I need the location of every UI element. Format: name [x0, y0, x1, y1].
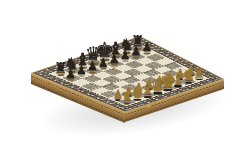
- piece-black-pawn[interactable]: ♟: [87, 61, 98, 73]
- black-pawn-icon: ♟: [98, 57, 109, 68]
- piece-base: [100, 68, 106, 70]
- piece-black-bishop[interactable]: ♝: [108, 41, 124, 58]
- piece-base: [123, 103, 130, 105]
- white-bishop-icon: ♝: [140, 82, 154, 96]
- piece-black-knight[interactable]: ♞: [64, 56, 79, 72]
- piece-black-pawn[interactable]: ♟: [76, 65, 87, 77]
- black-rook-icon: ♜: [54, 61, 67, 74]
- piece-base: [78, 75, 84, 77]
- white-knight-icon: ♞: [182, 69, 196, 83]
- piece-white-pawn[interactable]: ♟: [165, 72, 175, 84]
- piece-base: [99, 59, 109, 62]
- piece-black-king[interactable]: ♚: [95, 41, 114, 62]
- white-pawn-icon: ♟: [123, 86, 133, 96]
- pieces-layer: ♜♞♟♝♟♚♟♛♟♝♟♞♟♜♟♟♟♜♟♟♞♟♝♟♚♟♛♟♝♟♞♜: [0, 0, 240, 150]
- piece-black-pawn[interactable]: ♟: [141, 42, 152, 54]
- piece-base: [146, 89, 152, 91]
- piece-base: [111, 55, 120, 57]
- black-king-icon: ♚: [95, 41, 114, 60]
- white-knight-icon: ♞: [130, 86, 144, 100]
- white-pawn-icon: ♟: [144, 79, 154, 89]
- piece-black-pawn[interactable]: ♟: [98, 57, 109, 69]
- white-pawn-icon: ♟: [185, 65, 195, 75]
- piece-black-bishop[interactable]: ♝: [75, 52, 91, 69]
- black-pawn-icon: ♟: [141, 42, 152, 53]
- piece-white-pawn[interactable]: ♟: [123, 86, 133, 98]
- white-pawn-icon: ♟: [165, 72, 175, 82]
- piece-white-pawn[interactable]: ♟: [185, 65, 195, 77]
- piece-base: [67, 70, 75, 72]
- piece-base: [185, 82, 193, 84]
- piece-black-queen[interactable]: ♛: [85, 47, 102, 66]
- piece-base: [57, 74, 64, 76]
- piece-white-rook[interactable]: ♜: [121, 91, 133, 105]
- white-pawn-icon: ♟: [154, 75, 164, 85]
- piece-base: [167, 82, 173, 84]
- white-rook-icon: ♜: [193, 67, 205, 79]
- white-bishop-icon: ♝: [171, 71, 185, 85]
- piece-white-pawn[interactable]: ♟: [113, 89, 123, 101]
- piece-black-pawn[interactable]: ♟: [120, 50, 131, 62]
- white-rook-icon: ♜: [121, 91, 133, 103]
- piece-base: [78, 67, 87, 69]
- white-pawn-icon: ♟: [113, 89, 123, 99]
- piece-base: [143, 96, 151, 98]
- black-knight-icon: ♞: [64, 56, 79, 71]
- piece-white-pawn[interactable]: ♟: [175, 68, 185, 80]
- piece-black-knight[interactable]: ♞: [119, 38, 134, 54]
- piece-base: [89, 63, 98, 66]
- piece-white-bishop[interactable]: ♝: [140, 82, 154, 98]
- piece-white-knight[interactable]: ♞: [182, 69, 196, 84]
- piece-base: [122, 52, 130, 54]
- piece-black-pawn[interactable]: ♟: [130, 46, 141, 58]
- black-pawn-icon: ♟: [130, 46, 141, 57]
- chess-set-photo: ♜♞♟♝♟♚♟♛♟♝♟♞♟♜♟♟♟♜♟♟♞♟♝♟♚♟♛♟♝♟♞♜: [0, 0, 240, 150]
- piece-white-bishop[interactable]: ♝: [171, 71, 185, 87]
- piece-base: [115, 99, 121, 101]
- white-pawn-icon: ♟: [175, 68, 185, 78]
- black-bishop-icon: ♝: [108, 41, 124, 57]
- piece-base: [153, 92, 162, 94]
- piece-black-pawn[interactable]: ♟: [109, 54, 120, 66]
- piece-base: [133, 57, 139, 59]
- piece-base: [144, 53, 150, 55]
- piece-base: [163, 89, 173, 92]
- piece-black-rook[interactable]: ♜: [131, 35, 144, 50]
- black-pawn-icon: ♟: [76, 65, 87, 76]
- piece-base: [133, 99, 141, 101]
- piece-white-knight[interactable]: ♞: [130, 86, 144, 101]
- piece-base: [174, 85, 182, 87]
- piece-base: [156, 85, 162, 87]
- piece-white-queen[interactable]: ♛: [150, 77, 166, 94]
- black-pawn-icon: ♟: [87, 61, 98, 72]
- piece-base: [89, 71, 95, 73]
- piece-base: [68, 79, 74, 81]
- black-knight-icon: ♞: [119, 38, 134, 53]
- piece-base: [111, 64, 117, 66]
- piece-base: [125, 96, 131, 98]
- piece-black-pawn[interactable]: ♟: [65, 68, 76, 80]
- black-pawn-icon: ♟: [65, 68, 76, 79]
- piece-white-pawn[interactable]: ♟: [133, 82, 143, 94]
- black-bishop-icon: ♝: [75, 52, 91, 68]
- piece-base: [122, 60, 128, 62]
- black-pawn-icon: ♟: [120, 50, 131, 61]
- piece-white-pawn[interactable]: ♟: [154, 75, 164, 87]
- piece-base: [134, 48, 141, 50]
- piece-base: [136, 92, 142, 94]
- piece-black-rook[interactable]: ♜: [54, 61, 67, 76]
- white-pawn-icon: ♟: [133, 82, 143, 92]
- piece-base: [195, 79, 202, 81]
- piece-base: [177, 78, 183, 80]
- black-pawn-icon: ♟: [109, 54, 120, 65]
- white-king-icon: ♚: [159, 72, 176, 89]
- white-queen-icon: ♛: [150, 77, 166, 93]
- piece-base: [188, 75, 194, 77]
- black-rook-icon: ♜: [131, 35, 144, 48]
- piece-white-rook[interactable]: ♜: [193, 67, 205, 81]
- piece-white-king[interactable]: ♚: [159, 72, 176, 91]
- piece-white-pawn[interactable]: ♟: [144, 79, 154, 91]
- black-queen-icon: ♛: [85, 47, 102, 64]
